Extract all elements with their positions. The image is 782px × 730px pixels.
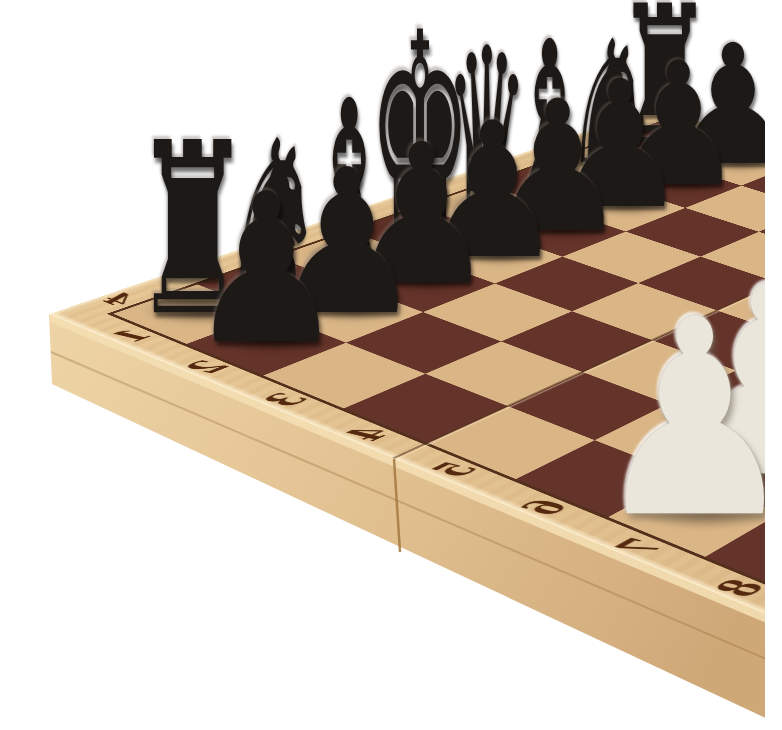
piece-black-pawn-h2[interactable]: ♟ [179,167,355,374]
photo-stage: 123456784 ♜♟♞♟♝♟♛♟♚♟♝♟♞♟♜♟♟♟ [0,0,782,730]
photo-white-margin [765,0,782,730]
pieces-layer: ♜♟♞♟♝♟♛♟♚♟♝♟♞♟♜♟♟♟ [0,0,782,730]
piece-white-pawn-h7[interactable]: ♟ [580,284,782,556]
